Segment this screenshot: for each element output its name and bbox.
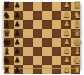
square-h8[interactable]: ♜: [4, 65, 14, 74]
white-pawn-piece[interactable]: ♟: [64, 21, 70, 28]
square-d2[interactable]: ♟: [61, 29, 71, 38]
square-h2[interactable]: ♟: [61, 65, 71, 74]
black-pawn-piece[interactable]: ♟: [14, 48, 20, 55]
black-pawn-piece[interactable]: ♟: [14, 21, 20, 28]
square-c6[interactable]: [23, 20, 33, 29]
square-c7[interactable]: ♟: [14, 20, 24, 29]
square-h4[interactable]: [42, 65, 52, 74]
white-pawn-piece[interactable]: ♟: [64, 48, 70, 55]
square-f2[interactable]: ♟: [61, 47, 71, 56]
square-d7[interactable]: ♟: [14, 29, 24, 38]
square-g1[interactable]: ♞: [71, 56, 81, 65]
square-a7[interactable]: ♟: [14, 2, 24, 11]
white-rook-piece[interactable]: ♜: [73, 66, 81, 75]
square-h6[interactable]: [23, 65, 33, 74]
white-knight-piece[interactable]: ♞: [73, 56, 81, 65]
white-pawn-piece[interactable]: ♟: [64, 57, 70, 64]
square-e2[interactable]: ♟: [61, 38, 71, 47]
square-b5[interactable]: [33, 11, 43, 20]
square-e4[interactable]: [42, 38, 52, 47]
square-c3[interactable]: [52, 20, 62, 29]
square-a6[interactable]: [23, 2, 33, 11]
square-b4[interactable]: [42, 11, 52, 20]
square-c2[interactable]: ♟: [61, 20, 71, 29]
square-d6[interactable]: [23, 29, 33, 38]
black-pawn-piece[interactable]: ♟: [14, 39, 20, 46]
square-g6[interactable]: [23, 56, 33, 65]
square-g5[interactable]: [33, 56, 43, 65]
black-rook-piece[interactable]: ♜: [3, 1, 11, 10]
square-e3[interactable]: [52, 38, 62, 47]
square-f5[interactable]: [33, 47, 43, 56]
white-rook-piece[interactable]: ♜: [73, 1, 81, 10]
square-h3[interactable]: [52, 65, 62, 74]
square-g4[interactable]: [42, 56, 52, 65]
square-e7[interactable]: ♟: [14, 38, 24, 47]
square-h5[interactable]: [33, 65, 43, 74]
square-e5[interactable]: [33, 38, 43, 47]
square-a3[interactable]: [52, 2, 62, 11]
square-f7[interactable]: ♟: [14, 47, 24, 56]
square-b7[interactable]: ♟: [14, 11, 24, 20]
square-g7[interactable]: ♟: [14, 56, 24, 65]
black-pawn-piece[interactable]: ♟: [14, 30, 20, 37]
black-pawn-piece[interactable]: ♟: [14, 12, 20, 19]
black-pawn-piece[interactable]: ♟: [14, 67, 20, 74]
white-pawn-piece[interactable]: ♟: [64, 30, 70, 37]
black-pawn-piece[interactable]: ♟: [14, 2, 20, 9]
square-a5[interactable]: [33, 2, 43, 11]
square-e6[interactable]: [23, 38, 33, 47]
white-pawn-piece[interactable]: ♟: [64, 12, 70, 19]
square-f4[interactable]: [42, 47, 52, 56]
square-h1[interactable]: ♜: [71, 65, 81, 74]
black-knight-piece[interactable]: ♞: [3, 56, 11, 65]
square-f6[interactable]: [23, 47, 33, 56]
white-pawn-piece[interactable]: ♟: [64, 39, 70, 46]
square-d5[interactable]: [33, 29, 43, 38]
square-a2[interactable]: ♟: [61, 2, 71, 11]
square-c4[interactable]: [42, 20, 52, 29]
square-g3[interactable]: [52, 56, 62, 65]
black-rook-piece[interactable]: ♜: [3, 66, 11, 75]
square-c5[interactable]: [33, 20, 43, 29]
square-d3[interactable]: [52, 29, 62, 38]
square-h7[interactable]: ♟: [14, 65, 24, 74]
square-a4[interactable]: [42, 2, 52, 11]
white-pawn-piece[interactable]: ♟: [64, 67, 70, 74]
white-pawn-piece[interactable]: ♟: [64, 2, 70, 9]
square-g2[interactable]: ♟: [61, 56, 71, 65]
square-f3[interactable]: [52, 47, 62, 56]
chess-board: ♜♟♟♜♞♟♟♞♝♟♟♝♛♟♟♛♚♟♟♚♝♟♟♝♞♟♟♞♜♟♟♜: [4, 2, 80, 68]
square-d4[interactable]: [42, 29, 52, 38]
square-b6[interactable]: [23, 11, 33, 20]
square-g8[interactable]: ♞: [4, 56, 14, 65]
square-b2[interactable]: ♟: [61, 11, 71, 20]
square-b3[interactable]: [52, 11, 62, 20]
chessboard-photo: ♜♟♟♜♞♟♟♞♝♟♟♝♛♟♟♛♚♟♟♚♝♟♟♝♞♟♟♞♜♟♟♜: [0, 0, 84, 75]
black-pawn-piece[interactable]: ♟: [14, 57, 20, 64]
